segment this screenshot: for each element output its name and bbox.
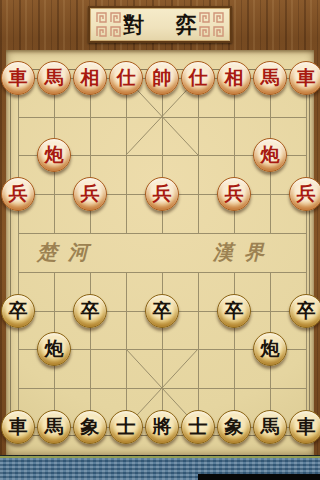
piece-glyph: 兵 bbox=[81, 184, 100, 203]
piece-red-elephant[interactable]: 相 bbox=[217, 61, 251, 95]
piece-black-chariot[interactable]: 車 bbox=[1, 410, 35, 444]
piece-black-elephant[interactable]: 象 bbox=[73, 410, 107, 444]
piece-glyph: 炮 bbox=[261, 339, 280, 358]
piece-glyph: 兵 bbox=[225, 184, 244, 203]
piece-glyph: 相 bbox=[225, 68, 244, 87]
board-surface[interactable] bbox=[6, 50, 314, 455]
piece-black-horse[interactable]: 馬 bbox=[37, 410, 71, 444]
xiangqi-app: 對 弈 楚河 漢界 車馬相仕帥仕相馬車炮炮兵兵兵兵兵卒卒卒卒卒炮炮車馬象士將士象… bbox=[0, 0, 320, 480]
piece-black-elephant[interactable]: 象 bbox=[217, 410, 251, 444]
spiral-ornament-right-icon bbox=[198, 11, 225, 38]
piece-glyph: 兵 bbox=[153, 184, 172, 203]
piece-red-soldier[interactable]: 兵 bbox=[145, 177, 179, 211]
piece-red-advisor[interactable]: 仕 bbox=[109, 61, 143, 95]
piece-glyph: 士 bbox=[189, 417, 208, 436]
piece-glyph: 馬 bbox=[45, 417, 64, 436]
piece-glyph: 仕 bbox=[117, 68, 136, 87]
piece-glyph: 士 bbox=[117, 417, 136, 436]
piece-glyph: 炮 bbox=[261, 145, 280, 164]
piece-black-soldier[interactable]: 卒 bbox=[217, 294, 251, 328]
piece-glyph: 相 bbox=[81, 68, 100, 87]
piece-red-soldier[interactable]: 兵 bbox=[289, 177, 320, 211]
piece-glyph: 仕 bbox=[189, 68, 208, 87]
piece-black-cannon[interactable]: 炮 bbox=[253, 332, 287, 366]
piece-red-soldier[interactable]: 兵 bbox=[73, 177, 107, 211]
piece-red-chariot[interactable]: 車 bbox=[1, 61, 35, 95]
piece-red-advisor[interactable]: 仕 bbox=[181, 61, 215, 95]
piece-glyph: 卒 bbox=[225, 301, 244, 320]
piece-glyph: 馬 bbox=[261, 68, 280, 87]
piece-red-cannon[interactable]: 炮 bbox=[37, 138, 71, 172]
piece-red-cannon[interactable]: 炮 bbox=[253, 138, 287, 172]
piece-glyph: 車 bbox=[9, 417, 28, 436]
piece-red-horse[interactable]: 馬 bbox=[37, 61, 71, 95]
piece-glyph: 馬 bbox=[261, 417, 280, 436]
piece-glyph: 車 bbox=[297, 417, 316, 436]
piece-black-soldier[interactable]: 卒 bbox=[145, 294, 179, 328]
piece-glyph: 炮 bbox=[45, 145, 64, 164]
piece-black-advisor[interactable]: 士 bbox=[181, 410, 215, 444]
footer-band bbox=[0, 455, 320, 480]
piece-glyph: 卒 bbox=[9, 301, 28, 320]
piece-red-soldier[interactable]: 兵 bbox=[1, 177, 35, 211]
piece-glyph: 帥 bbox=[153, 68, 172, 87]
piece-red-elephant[interactable]: 相 bbox=[73, 61, 107, 95]
piece-glyph: 象 bbox=[225, 417, 244, 436]
piece-glyph: 象 bbox=[81, 417, 100, 436]
piece-glyph: 將 bbox=[153, 417, 172, 436]
piece-glyph: 車 bbox=[297, 68, 316, 87]
piece-black-chariot[interactable]: 車 bbox=[289, 410, 320, 444]
piece-red-soldier[interactable]: 兵 bbox=[217, 177, 251, 211]
spiral-ornament-left-icon bbox=[95, 11, 122, 38]
piece-black-general[interactable]: 將 bbox=[145, 410, 179, 444]
piece-glyph: 炮 bbox=[45, 339, 64, 358]
piece-red-horse[interactable]: 馬 bbox=[253, 61, 287, 95]
piece-red-general[interactable]: 帥 bbox=[145, 61, 179, 95]
piece-black-horse[interactable]: 馬 bbox=[253, 410, 287, 444]
footer-black-strip bbox=[198, 474, 320, 480]
piece-red-chariot[interactable]: 車 bbox=[289, 61, 320, 95]
piece-glyph: 卒 bbox=[297, 301, 316, 320]
piece-black-advisor[interactable]: 士 bbox=[109, 410, 143, 444]
piece-glyph: 兵 bbox=[297, 184, 316, 203]
piece-glyph: 卒 bbox=[81, 301, 100, 320]
piece-black-soldier[interactable]: 卒 bbox=[1, 294, 35, 328]
title-plaque: 對 弈 bbox=[88, 6, 232, 43]
piece-glyph: 馬 bbox=[45, 68, 64, 87]
piece-glyph: 卒 bbox=[153, 301, 172, 320]
piece-black-soldier[interactable]: 卒 bbox=[289, 294, 320, 328]
page-title: 對 弈 bbox=[122, 11, 210, 39]
piece-black-soldier[interactable]: 卒 bbox=[73, 294, 107, 328]
piece-glyph: 車 bbox=[9, 68, 28, 87]
piece-glyph: 兵 bbox=[9, 184, 28, 203]
piece-black-cannon[interactable]: 炮 bbox=[37, 332, 71, 366]
